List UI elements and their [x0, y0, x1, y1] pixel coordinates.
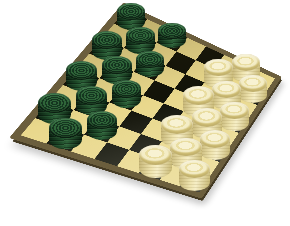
checkers-photo-scene — [0, 0, 290, 226]
board-grid — [21, 9, 275, 192]
checkers-board-frame — [9, 2, 282, 198]
